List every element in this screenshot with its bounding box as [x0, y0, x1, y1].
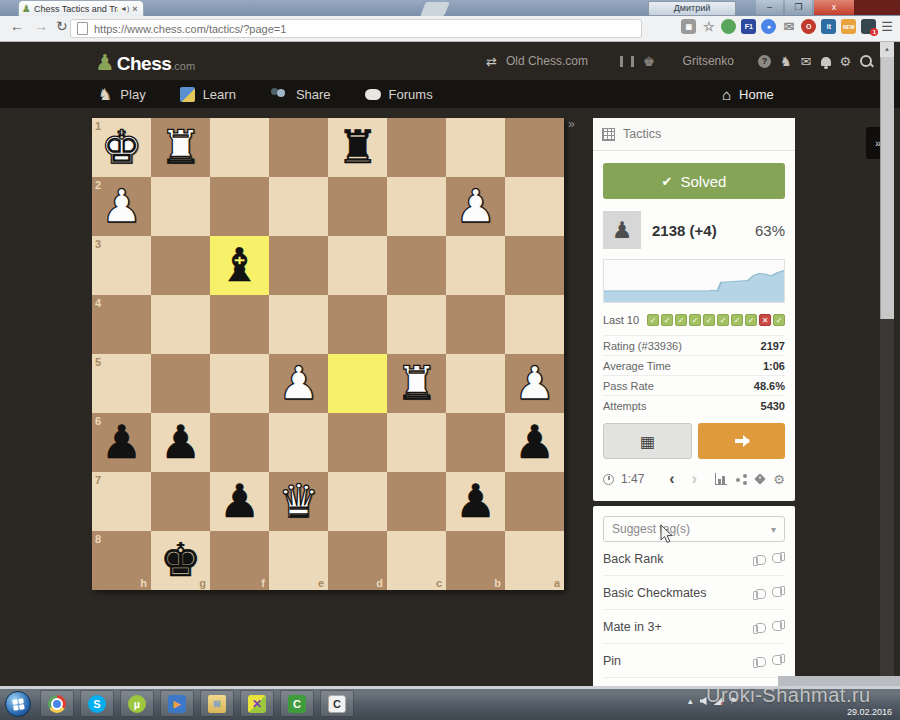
chesscom-logo[interactable]: ♟ Chess .com — [95, 50, 195, 76]
panel-title: Tactics — [623, 127, 661, 141]
score-percent: 63% — [755, 222, 785, 239]
piece-white-rook-g1[interactable]: ♜ — [151, 118, 210, 177]
search-icon[interactable] — [860, 55, 872, 67]
stat-label: Average Time — [603, 360, 671, 372]
nav-item-share[interactable]: Share — [270, 87, 331, 102]
new-tab-button[interactable] — [420, 2, 450, 16]
taskbar-media-player-button[interactable]: ▶ — [160, 690, 194, 717]
check-icon: ✔ — [662, 174, 673, 189]
forward-button[interactable]: → — [34, 18, 48, 34]
extension-icon-7[interactable]: NEW — [841, 19, 856, 34]
square-e3[interactable] — [269, 236, 328, 295]
square-b3[interactable] — [446, 236, 505, 295]
last10-row: Last 10 ✓✓✓✓✓✓✓✓✕✓ — [603, 313, 785, 327]
start-button[interactable] — [5, 691, 31, 717]
tags-panel: Suggest tag(s) ▾ Back Rank Basic Checkma… — [593, 506, 795, 690]
stat-row-attempts: Attempts 5430 — [603, 395, 785, 415]
switch-site-icon: ⇄ — [486, 54, 497, 69]
url-text: https://www.chess.com/tactics/?page=1 — [94, 23, 286, 35]
piece-white-pawn-b2[interactable]: ♟ — [446, 177, 505, 236]
rating-chart — [603, 259, 785, 303]
piece-black-pawn-f7[interactable]: ♟ — [210, 472, 269, 531]
thumb-down-icon[interactable] — [772, 655, 785, 667]
logo-suffix: .com — [171, 60, 195, 72]
thumb-up-icon[interactable] — [753, 655, 766, 667]
tag-row-back-rank[interactable]: Back Rank — [603, 542, 785, 576]
next-arrow-icon — [735, 439, 749, 443]
piece-black-king-g8[interactable]: ♚ — [151, 531, 210, 590]
stat-value: 5430 — [761, 400, 785, 412]
bell-icon[interactable] — [821, 57, 831, 66]
camtasia-icon: C — [288, 695, 306, 713]
square-e6[interactable] — [269, 413, 328, 472]
share-icon[interactable] — [736, 474, 747, 485]
file-label: a — [554, 577, 560, 589]
square-c3[interactable] — [387, 236, 446, 295]
pause-icon[interactable] — [620, 56, 634, 67]
square-g5[interactable] — [151, 354, 210, 413]
logo-text: Chess — [117, 53, 172, 75]
window-close-button[interactable]: x — [814, 0, 854, 15]
square-f1[interactable] — [210, 118, 269, 177]
header-right: ⇄ Old Chess.com ♚ Gritsenko ? ♞ ✉ ⚙ — [486, 42, 872, 80]
thumb-down-icon[interactable] — [772, 553, 785, 565]
piece-white-king-h1[interactable]: ♚ — [92, 118, 151, 177]
browser-tab[interactable]: ♟ Chess Tactics and Train ◄) × — [18, 0, 144, 16]
square-h8[interactable]: 8h — [92, 531, 151, 590]
tag-row-mate-in-3[interactable]: Mate in 3+ — [603, 610, 785, 644]
avatar: ♟ — [603, 211, 641, 249]
camstudio-icon: ✕ — [248, 695, 266, 713]
last10-pass-badge: ✓ — [689, 314, 701, 326]
stats-icon[interactable] — [715, 473, 727, 485]
last10-pass-badge: ✓ — [717, 314, 729, 326]
square-b6[interactable] — [446, 413, 505, 472]
square-f3[interactable]: ♝ — [210, 236, 269, 295]
last10-pass-badge: ✓ — [675, 314, 687, 326]
site-header: ♟ Chess .com ⇄ Old Chess.com ♚ Gritsenko… — [0, 42, 900, 80]
dropdown-placeholder: Suggest tag(s) — [612, 522, 690, 536]
last10-pass-badge: ✓ — [745, 314, 757, 326]
square-g6[interactable]: ♟ — [151, 413, 210, 472]
thumb-up-icon[interactable] — [753, 621, 766, 633]
thumb-up-icon[interactable] — [753, 553, 766, 565]
file-label: c — [436, 577, 442, 589]
utorrent-icon: µ — [128, 695, 146, 713]
square-g8[interactable]: g♚ — [151, 531, 210, 590]
nav-label: Play — [120, 87, 145, 102]
nav-label: Forums — [389, 87, 433, 102]
browser-toolbar: ← → ↻ https://www.chess.com/tactics/?pag… — [0, 16, 900, 42]
gear-icon[interactable]: ⚙ — [840, 54, 852, 69]
username-link[interactable]: Gritsenko — [683, 54, 734, 68]
chess-board[interactable]: 1♚♜♜2♟♟3♝45♟♜♟6♟♟♟7♟♛♟8hg♚fedcba — [92, 118, 564, 590]
square-d4[interactable] — [328, 295, 387, 354]
play-knight-icon: ♞ — [98, 85, 112, 104]
tab-favicon-pawn-icon: ♟ — [22, 4, 31, 14]
square-b1[interactable] — [446, 118, 505, 177]
square-f8[interactable]: f — [210, 531, 269, 590]
old-chesscom-link[interactable]: Old Chess.com — [506, 54, 588, 68]
help-icon[interactable]: ? — [758, 55, 771, 68]
extension-icon-6[interactable]: it — [821, 19, 836, 34]
square-c5[interactable]: ♜ — [387, 354, 446, 413]
tag-label: Back Rank — [603, 552, 663, 566]
extension-row: ▣ ☆ F1 ● ✉ O it NEW 1 ☰ — [681, 19, 892, 34]
solved-label: Solved — [681, 173, 727, 190]
square-e7[interactable]: ♛ — [269, 472, 328, 531]
nav-item-forums[interactable]: Forums — [365, 87, 433, 102]
chevron-down-icon: ▾ — [771, 524, 776, 535]
extension-icon-5[interactable]: O — [801, 19, 816, 34]
mouse-cursor — [660, 524, 675, 545]
stat-value: 2197 — [761, 340, 785, 352]
square-d1[interactable]: ♜ — [328, 118, 387, 177]
stat-label: Attempts — [603, 400, 646, 412]
rating-row: ♟ 2138 (+4) 63% — [603, 211, 785, 249]
square-h3[interactable]: 3 — [92, 236, 151, 295]
square-b5[interactable] — [446, 354, 505, 413]
taskbar-utorrent-button[interactable]: µ — [120, 690, 154, 717]
analyze-button[interactable]: ▦ — [603, 423, 692, 459]
home-icon: ⌂ — [722, 86, 731, 103]
nav-item-play[interactable]: ♞ Play — [98, 85, 146, 104]
background-window-edge — [854, 0, 900, 15]
square-h4[interactable]: 4 — [92, 295, 151, 354]
rating-value: 2138 (+4) — [652, 222, 717, 239]
logo-pawn-icon: ♟ — [95, 50, 115, 76]
square-c7[interactable] — [387, 472, 446, 531]
skype-icon: S — [88, 695, 106, 713]
file-label: e — [318, 577, 324, 589]
tray-expand-icon[interactable]: ▴ — [688, 696, 693, 706]
piece-black-pawn-a6[interactable]: ♟ — [505, 413, 564, 472]
square-g7[interactable] — [151, 472, 210, 531]
square-b7[interactable]: ♟ — [446, 472, 505, 531]
taskbar-camtasia-button[interactable]: C — [280, 690, 314, 717]
tab-title: Chess Tactics and Train — [34, 4, 118, 14]
square-d2[interactable] — [328, 177, 387, 236]
square-f7[interactable]: ♟ — [210, 472, 269, 531]
bookmark-star-icon[interactable]: ☆ — [701, 19, 716, 34]
extension-icon-8[interactable]: 1 — [861, 19, 876, 34]
thumb-up-icon[interactable] — [753, 587, 766, 599]
refresh-button[interactable]: ↻ — [56, 18, 68, 34]
square-a2[interactable] — [505, 177, 564, 236]
square-g4[interactable] — [151, 295, 210, 354]
piece-white-rook-c5[interactable]: ♜ — [387, 354, 446, 413]
last10-pass-badge: ✓ — [661, 314, 673, 326]
last10-label: Last 10 — [603, 314, 639, 326]
square-e5[interactable]: ♟ — [269, 354, 328, 413]
square-h7[interactable]: 7 — [92, 472, 151, 531]
page-scrollbar[interactable]: ▲ — [880, 42, 894, 690]
tactics-panel: Tactics ✔ Solved ♟ 2138 (+4) 63% Last 10… — [593, 118, 795, 501]
square-e4[interactable] — [269, 295, 328, 354]
next-move-button[interactable]: › — [692, 470, 697, 488]
board-expand-icon[interactable]: » — [568, 117, 575, 131]
tab-close-icon[interactable]: × — [132, 4, 137, 14]
solved-button[interactable]: ✔ Solved — [603, 163, 785, 199]
suggest-tags-dropdown[interactable]: Suggest tag(s) ▾ — [603, 516, 785, 542]
file-label: b — [494, 577, 501, 589]
chrome-icon — [48, 695, 66, 713]
file-label: d — [376, 577, 383, 589]
clock-icon — [603, 474, 614, 485]
taskbar-camstudio-button[interactable]: ✕ — [240, 690, 274, 717]
stat-value: 1:06 — [763, 360, 785, 372]
watermark-text: Uroki-Shahmat.ru — [706, 684, 871, 707]
rank-label: 8 — [95, 533, 101, 545]
square-g2[interactable] — [151, 177, 210, 236]
square-c2[interactable] — [387, 177, 446, 236]
tab-audio-icon: ◄) — [120, 5, 129, 12]
page-icon — [77, 22, 88, 35]
square-f4[interactable] — [210, 295, 269, 354]
tag-label: Mate in 3+ — [603, 620, 662, 634]
square-e1[interactable] — [269, 118, 328, 177]
messages-icon[interactable]: ✉ — [801, 54, 812, 69]
last10-pass-badge: ✓ — [731, 314, 743, 326]
browser-menu-icon[interactable]: ☰ — [881, 19, 892, 34]
extension-icon-2[interactable] — [721, 19, 736, 34]
folder-icon: ▤ — [208, 695, 226, 713]
browser-profile-button[interactable]: Дмитрий — [648, 1, 736, 16]
next-puzzle-button[interactable] — [698, 423, 785, 459]
media-player-icon: ▶ — [168, 695, 186, 713]
square-c4[interactable] — [387, 295, 446, 354]
mail-icon[interactable]: ✉ — [781, 19, 796, 34]
window-maximize-button[interactable]: ❐ — [785, 0, 812, 15]
square-b2[interactable]: ♟ — [446, 177, 505, 236]
square-a1[interactable] — [505, 118, 564, 177]
tactics-grid-icon — [602, 128, 615, 141]
square-f5[interactable] — [210, 354, 269, 413]
square-d5[interactable] — [328, 354, 387, 413]
piece-white-pawn-e5[interactable]: ♟ — [269, 354, 328, 413]
square-f2[interactable] — [210, 177, 269, 236]
extension-icon-3[interactable]: F1 — [741, 19, 756, 34]
square-h5[interactable]: 5 — [92, 354, 151, 413]
thumb-down-icon[interactable] — [772, 621, 785, 633]
square-d3[interactable] — [328, 236, 387, 295]
nav-label: Share — [296, 87, 331, 102]
last10-fail-badge: ✕ — [759, 314, 771, 326]
rank-label: 5 — [95, 356, 101, 368]
nav-item-learn[interactable]: Learn — [180, 87, 236, 102]
learn-icon — [180, 87, 195, 102]
windows-logo-icon — [12, 698, 24, 710]
back-button[interactable]: ← — [10, 18, 24, 34]
timer-value: 1:47 — [621, 472, 644, 486]
forums-bubble-icon — [365, 89, 381, 100]
address-bar[interactable]: https://www.chess.com/tactics/?page=1 — [70, 19, 642, 38]
square-d6[interactable] — [328, 413, 387, 472]
last10-pass-badge: ✓ — [647, 314, 659, 326]
square-f6[interactable] — [210, 413, 269, 472]
rank-label: 4 — [95, 297, 101, 309]
square-b4[interactable] — [446, 295, 505, 354]
share-people-icon — [270, 87, 288, 101]
tactics-panel-header: Tactics — [593, 118, 795, 151]
stat-value: 48.6% — [754, 380, 785, 392]
screen: ♟ Chess Tactics and Train ◄) × Дмитрий –… — [0, 0, 900, 720]
last10-pass-badge: ✓ — [703, 314, 715, 326]
piece-black-pawn-h6[interactable]: ♟ — [92, 413, 151, 472]
tag-icon[interactable] — [755, 473, 766, 484]
tag-label: Pin — [603, 654, 621, 668]
stat-row-average-time: Average Time 1:06 — [603, 355, 785, 375]
taskbar-skype-button[interactable]: S — [80, 690, 114, 717]
square-a6[interactable]: ♟ — [505, 413, 564, 472]
prev-move-button[interactable]: ‹ — [669, 470, 674, 488]
stats-table: Rating (#33936) 2197 Average Time 1:06 P… — [603, 335, 785, 415]
taskbar-chrome-button[interactable] — [40, 690, 74, 717]
analysis-board-icon: ▦ — [640, 432, 655, 451]
piece-black-bishop-f3[interactable]: ♝ — [210, 236, 269, 295]
scrollbar-up-arrow[interactable]: ▲ — [880, 42, 894, 57]
piece-white-pawn-a5[interactable]: ♟ — [505, 354, 564, 413]
square-d8[interactable]: d — [328, 531, 387, 590]
stat-row-pass-rate: Pass Rate 48.6% — [603, 375, 785, 395]
square-h6[interactable]: 6♟ — [92, 413, 151, 472]
square-d7[interactable] — [328, 472, 387, 531]
extension-icon-4[interactable]: ● — [761, 19, 776, 34]
last10-pass-badge: ✓ — [773, 314, 785, 326]
thumb-down-icon[interactable] — [772, 587, 785, 599]
stat-label: Rating (#33936) — [603, 340, 682, 352]
square-g3[interactable] — [151, 236, 210, 295]
rank-label: 3 — [95, 238, 101, 250]
piece-black-rook-d1[interactable]: ♜ — [328, 118, 387, 177]
extension-icon-1[interactable]: ▣ — [681, 19, 696, 34]
nav-label: Learn — [203, 87, 236, 102]
file-label: f — [261, 577, 265, 589]
square-c6[interactable] — [387, 413, 446, 472]
stat-row-rating: Rating (#33936) 2197 — [603, 335, 785, 355]
settings-gear-icon[interactable]: ⚙ — [773, 472, 785, 487]
main-nav: ♞ Play Learn Share Forums ⌂ Home — [0, 80, 900, 108]
window-titlebar: ♟ Chess Tactics and Train ◄) × Дмитрий –… — [0, 0, 900, 16]
stat-label: Pass Rate — [603, 380, 654, 392]
c-app-icon: C — [328, 695, 346, 713]
square-a5[interactable]: ♟ — [505, 354, 564, 413]
piece-white-queen-e7[interactable]: ♛ — [269, 472, 328, 531]
tag-row-pin[interactable]: Pin — [603, 644, 785, 678]
taskbar-date: 29.02.2016 — [847, 707, 892, 717]
piece-black-pawn-g6[interactable]: ♟ — [151, 413, 210, 472]
square-h2[interactable]: 2♟ — [92, 177, 151, 236]
tag-label: Basic Checkmates — [603, 586, 707, 600]
square-b8[interactable]: b — [446, 531, 505, 590]
square-a8[interactable]: a — [505, 531, 564, 590]
square-e2[interactable] — [269, 177, 328, 236]
taskbar-c-app-button[interactable]: C — [320, 690, 354, 717]
square-a3[interactable] — [505, 236, 564, 295]
square-h1[interactable]: 1♚ — [92, 118, 151, 177]
piece-icon[interactable]: ♚ — [643, 54, 655, 69]
rank-label: 7 — [95, 474, 101, 486]
square-a7[interactable] — [505, 472, 564, 531]
knight-icon[interactable]: ♞ — [780, 54, 792, 69]
piece-white-pawn-h2[interactable]: ♟ — [92, 177, 151, 236]
piece-black-pawn-b7[interactable]: ♟ — [446, 472, 505, 531]
square-g1[interactable]: ♜ — [151, 118, 210, 177]
square-c8[interactable]: c — [387, 531, 446, 590]
square-e8[interactable]: e — [269, 531, 328, 590]
window-minimize-button[interactable]: – — [756, 0, 783, 15]
square-a4[interactable] — [505, 295, 564, 354]
file-label: h — [140, 577, 147, 589]
square-c1[interactable] — [387, 118, 446, 177]
last10-badges: ✓✓✓✓✓✓✓✓✕✓ — [647, 314, 785, 326]
nav-label: Home — [739, 87, 774, 102]
taskbar-folder-button[interactable]: ▤ — [200, 690, 234, 717]
tag-row-basic-checkmates[interactable]: Basic Checkmates — [603, 576, 785, 610]
nav-item-home[interactable]: ⌂ Home — [722, 80, 774, 108]
scrollbar-thumb[interactable] — [880, 57, 894, 319]
